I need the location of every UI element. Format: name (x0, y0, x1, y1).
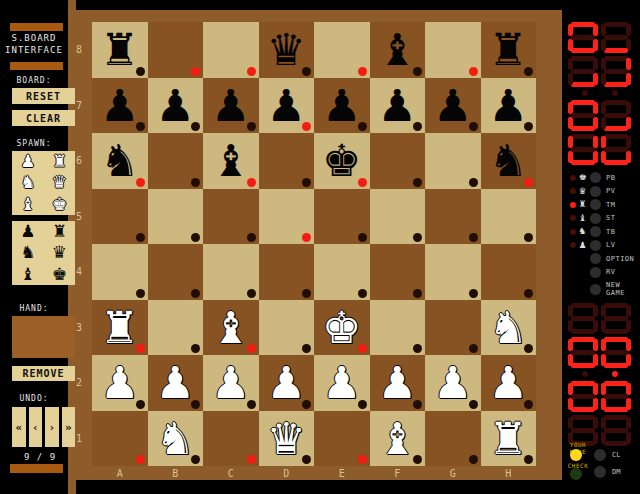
hand-box[interactable] (12, 316, 75, 358)
clock-digit (568, 337, 598, 368)
function-row-lv: ♟LV (562, 239, 640, 253)
square-f2[interactable]: ♟ (370, 355, 426, 411)
sensor-dot-h7 (524, 122, 533, 131)
tm-label: TM (606, 201, 634, 209)
sensor-dot-b4 (191, 289, 200, 298)
clock-digit (601, 381, 631, 412)
square-d7[interactable]: ♟ (259, 78, 315, 134)
sensor-dot-f8 (413, 67, 422, 76)
square-f6[interactable] (370, 133, 426, 189)
sensor-dot-d7 (302, 122, 311, 131)
square-e6[interactable]: ♚ (314, 133, 370, 189)
square-c2[interactable]: ♟ (203, 355, 259, 411)
spawn-palette-black: ♟♜♞♛♝♚ (12, 221, 75, 285)
square-d8[interactable]: ♛ (259, 22, 315, 78)
sensor-dot-e7 (358, 122, 367, 131)
st-label: ST (606, 214, 634, 222)
clock-digit (601, 56, 631, 87)
square-b2[interactable]: ♟ (148, 355, 204, 411)
square-g8[interactable] (425, 22, 481, 78)
square-f3[interactable] (370, 300, 426, 356)
sensor-dot-f1 (413, 455, 422, 464)
clock-display-top (568, 22, 631, 168)
square-c7[interactable]: ♟ (203, 78, 259, 134)
app-title-line1: S.BOARD (0, 33, 68, 43)
sensor-dot-h6 (524, 178, 533, 187)
sensor-dot-b5 (191, 233, 200, 242)
square-g7[interactable]: ♟ (425, 78, 481, 134)
spawn-white-r[interactable]: ♜ (44, 151, 76, 172)
square-c3[interactable]: ♝ (203, 300, 259, 356)
square-h3[interactable]: ♞ (481, 300, 537, 356)
sensor-dot-f3 (413, 344, 422, 353)
sensor-dot-a4 (136, 289, 145, 298)
sensor-dot-c8 (247, 67, 256, 76)
undo-forward-button[interactable]: › (45, 407, 59, 447)
square-f7[interactable]: ♟ (370, 78, 426, 134)
file-label-D: D (259, 466, 315, 480)
sensor-dot-g5 (469, 233, 478, 242)
square-h7[interactable]: ♟ (481, 78, 537, 134)
spawn-black-q[interactable]: ♛ (44, 242, 76, 263)
sensor-dot-h4 (524, 289, 533, 298)
square-b8[interactable] (148, 22, 204, 78)
sensor-dot-c1 (247, 455, 256, 464)
square-f1[interactable]: ♝ (370, 411, 426, 467)
undo-first-button[interactable]: « (12, 407, 26, 447)
sensor-dot-c4 (247, 289, 256, 298)
sensor-dot-b6 (191, 178, 200, 187)
spawn-white-n[interactable]: ♞ (12, 172, 44, 193)
sensor-dot-c3 (247, 344, 256, 353)
square-a4[interactable] (92, 244, 148, 300)
sensor-dot-a7 (136, 122, 145, 131)
hand-section-label: HAND: (0, 304, 68, 313)
sensor-dot-h1 (524, 455, 533, 464)
sensor-dot-d1 (302, 455, 311, 464)
square-c4[interactable] (203, 244, 259, 300)
function-row-tb: ♞TB (562, 225, 640, 239)
q-piece-icon: ♛ (576, 187, 589, 196)
undo-section-label: UNDO: (0, 394, 68, 403)
square-g1[interactable] (425, 411, 481, 467)
square-h5[interactable] (481, 189, 537, 245)
sensor-dot-c7 (247, 122, 256, 131)
sensor-dot-g1 (469, 455, 478, 464)
file-label-F: F (370, 466, 426, 480)
clock-digit (568, 100, 598, 131)
spawn-black-k[interactable]: ♚ (44, 264, 76, 285)
tb-label: TB (606, 228, 634, 236)
sensor-dot-f2 (413, 400, 422, 409)
clock-digit (568, 303, 598, 334)
spawn-black-p[interactable]: ♟ (12, 221, 44, 242)
spawn-white-b[interactable]: ♝ (12, 194, 44, 215)
square-f4[interactable] (370, 244, 426, 300)
file-label-B: B (148, 466, 204, 480)
sensor-dot-d4 (302, 289, 311, 298)
rv-button[interactable] (590, 267, 601, 278)
square-c8[interactable] (203, 22, 259, 78)
dm-label: DM (612, 468, 620, 476)
file-label-G: G (425, 466, 481, 480)
square-e4[interactable] (314, 244, 370, 300)
spawn-black-b[interactable]: ♝ (12, 264, 44, 285)
clock-digit (601, 134, 631, 165)
sensor-dot-g7 (469, 122, 478, 131)
spawn-black-r[interactable]: ♜ (44, 221, 76, 242)
sensor-dot-g8 (469, 67, 478, 76)
clock-digit (601, 303, 631, 334)
spawn-black-n[interactable]: ♞ (12, 242, 44, 263)
square-e3[interactable]: ♚ (314, 300, 370, 356)
square-c1[interactable] (203, 411, 259, 467)
sensor-dot-f5 (413, 233, 422, 242)
cl-button[interactable] (594, 449, 606, 461)
square-d5[interactable] (259, 189, 315, 245)
square-d1[interactable]: ♛ (259, 411, 315, 467)
sensor-dot-b1 (191, 455, 200, 464)
pb-button[interactable] (590, 172, 601, 183)
square-b1[interactable]: ♞ (148, 411, 204, 467)
file-label-E: E (314, 466, 370, 480)
square-c6[interactable]: ♝ (203, 133, 259, 189)
sensor-dot-b2 (191, 400, 200, 409)
accent-bar-under-title (10, 62, 63, 70)
square-b6[interactable] (148, 133, 204, 189)
check-led (570, 468, 582, 480)
sensor-dot-b7 (191, 122, 200, 131)
sensor-dot-c2 (247, 400, 256, 409)
sensor-dot-c6 (247, 178, 256, 187)
square-e7[interactable]: ♟ (314, 78, 370, 134)
dm-button[interactable] (594, 466, 606, 478)
sensor-dot-e6 (358, 178, 367, 187)
function-row-tm: ♜TM (562, 198, 640, 212)
sensor-dot-a6 (136, 178, 145, 187)
square-e8[interactable] (314, 22, 370, 78)
sensor-dot-d2 (302, 400, 311, 409)
square-a8[interactable]: ♜ (92, 22, 148, 78)
square-a5[interactable] (92, 189, 148, 245)
square-a1[interactable] (92, 411, 148, 467)
clock-colon (568, 90, 631, 97)
undo-back-button[interactable]: ‹ (29, 407, 43, 447)
pb-label: PB (606, 174, 634, 182)
sensor-dot-a3 (136, 344, 145, 353)
sensor-dot-d8 (302, 67, 311, 76)
spawn-section-label: SPAWN: (0, 139, 68, 148)
st-button[interactable] (590, 213, 601, 224)
accent-bar-bottom (10, 464, 63, 473)
square-f8[interactable]: ♝ (370, 22, 426, 78)
option-label: OPTION (606, 255, 634, 263)
function-key-panel: ♚PB♛PV♜TM♝ST♞TB♟LVOPTIONRVNEW GAME (562, 171, 640, 299)
sensor-dot-g3 (469, 344, 478, 353)
square-h6[interactable]: ♞ (481, 133, 537, 189)
sensor-dot-e1 (358, 455, 367, 464)
square-a7[interactable]: ♟ (92, 78, 148, 134)
new-game-button[interactable] (590, 284, 601, 295)
lv-button[interactable] (590, 240, 601, 251)
sensor-dot-e4 (358, 289, 367, 298)
clock-digit (568, 22, 598, 53)
function-row-new-game: NEW GAME (562, 279, 640, 299)
function-row-pb: ♚PB (562, 171, 640, 185)
function-row-rv: RV (562, 266, 640, 280)
rv-label: RV (606, 268, 634, 276)
sensor-dot-b8 (191, 67, 200, 76)
accent-bar-top (10, 23, 63, 31)
reset-button[interactable]: RESET (12, 88, 75, 104)
sensor-dot-e3 (358, 344, 367, 353)
square-d4[interactable] (259, 244, 315, 300)
undo-last-button[interactable]: » (62, 407, 76, 447)
file-label-H: H (481, 466, 537, 480)
option-button[interactable] (590, 253, 601, 264)
sensor-dot-h2 (524, 400, 533, 409)
square-g4[interactable] (425, 244, 481, 300)
pv-button[interactable] (590, 186, 601, 197)
cl-label: CL (612, 451, 620, 459)
tm-button[interactable] (590, 199, 601, 210)
clock-display-bottom (568, 303, 631, 449)
sensor-dot-h5 (524, 233, 533, 242)
clear-button[interactable]: CLEAR (12, 110, 75, 126)
tb-button[interactable] (590, 226, 601, 237)
clock-digit (568, 381, 598, 412)
sensor-dot-a2 (136, 400, 145, 409)
rank-label-2: 2 (68, 355, 90, 411)
remove-button[interactable]: REMOVE (12, 366, 75, 381)
square-d2[interactable]: ♟ (259, 355, 315, 411)
spawn-white-p[interactable]: ♟ (12, 151, 44, 172)
square-g3[interactable] (425, 300, 481, 356)
sensor-dot-a5 (136, 233, 145, 242)
square-e1[interactable] (314, 411, 370, 467)
board-section-label: BOARD: (0, 76, 68, 85)
chess-board: ♜♛♝♜♟♟♟♟♟♟♟♟♞♝♚♞♜♝♚♞♟♟♟♟♟♟♟♟♞♛♝♜ (92, 22, 536, 466)
square-b4[interactable] (148, 244, 204, 300)
spawn-palette-white: ♟♜♞♛♝♚ (12, 151, 75, 215)
sensor-dot-e5 (358, 233, 367, 242)
clock-colon (568, 371, 631, 378)
spawn-white-k[interactable]: ♚ (44, 194, 76, 215)
sensor-dot-h3 (524, 344, 533, 353)
square-g2[interactable]: ♟ (425, 355, 481, 411)
new-game-label: NEW GAME (606, 281, 634, 297)
undo-counter: 9 / 9 (0, 452, 80, 462)
r-piece-icon: ♜ (576, 200, 589, 209)
square-a6[interactable]: ♞ (92, 133, 148, 189)
clock-digit (568, 134, 598, 165)
square-e2[interactable]: ♟ (314, 355, 370, 411)
square-g6[interactable] (425, 133, 481, 189)
square-a3[interactable]: ♜ (92, 300, 148, 356)
function-row-st: ♝ST (562, 212, 640, 226)
sensor-dot-a1 (136, 455, 145, 464)
spawn-white-q[interactable]: ♛ (44, 172, 76, 193)
sensor-dot-a8 (136, 67, 145, 76)
sensor-dot-f7 (413, 122, 422, 131)
clock-digit (601, 22, 631, 53)
n-piece-icon: ♞ (576, 227, 589, 236)
pv-label: PV (606, 187, 634, 195)
file-labels: ABCDEFGH (92, 466, 536, 480)
file-label-A: A (92, 466, 148, 480)
square-h8[interactable]: ♜ (481, 22, 537, 78)
square-d6[interactable] (259, 133, 315, 189)
square-g5[interactable] (425, 189, 481, 245)
sensor-dot-g4 (469, 289, 478, 298)
b-piece-icon: ♝ (576, 214, 589, 223)
square-f5[interactable] (370, 189, 426, 245)
clock-digit (601, 337, 631, 368)
clock-digit (601, 100, 631, 131)
sensor-dot-d5 (302, 233, 311, 242)
function-row-pv: ♛PV (562, 185, 640, 199)
your-move-led (570, 449, 582, 461)
k-piece-icon: ♚ (576, 173, 589, 182)
square-a2[interactable]: ♟ (92, 355, 148, 411)
sensor-dot-h8 (524, 67, 533, 76)
sensor-dot-c5 (247, 233, 256, 242)
lv-label: LV (606, 241, 634, 249)
rank-label-8: 8 (68, 22, 90, 78)
app-title-line2: INTERFACE (0, 45, 68, 55)
square-d3[interactable] (259, 300, 315, 356)
function-row-option: OPTION (562, 252, 640, 266)
square-h1[interactable]: ♜ (481, 411, 537, 467)
sensor-dot-g2 (469, 400, 478, 409)
sensor-dot-e8 (358, 67, 367, 76)
sensor-dot-f4 (413, 289, 422, 298)
square-b7[interactable]: ♟ (148, 78, 204, 134)
sensor-dot-f6 (413, 178, 422, 187)
sensor-dot-e2 (358, 400, 367, 409)
clock-digit (568, 56, 598, 87)
square-c5[interactable] (203, 189, 259, 245)
sensor-dot-d6 (302, 178, 311, 187)
sensor-dot-b3 (191, 344, 200, 353)
square-b5[interactable] (148, 189, 204, 245)
square-e5[interactable] (314, 189, 370, 245)
file-label-C: C (203, 466, 259, 480)
clock-digit (601, 415, 631, 446)
square-h4[interactable] (481, 244, 537, 300)
sensor-dot-g6 (469, 178, 478, 187)
square-h2[interactable]: ♟ (481, 355, 537, 411)
p-piece-icon: ♟ (576, 241, 589, 250)
sensor-dot-d3 (302, 344, 311, 353)
undo-controls: «‹›» (12, 407, 75, 447)
square-b3[interactable] (148, 300, 204, 356)
